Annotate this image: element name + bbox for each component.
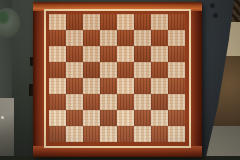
- square-b7: [66, 30, 83, 46]
- square-e5: [117, 62, 134, 78]
- square-h8: [168, 14, 185, 30]
- square-a3: [49, 94, 66, 110]
- square-h1: [168, 126, 185, 142]
- square-f6: [134, 46, 151, 62]
- square-h6: [168, 46, 185, 62]
- square-c4: [83, 78, 100, 94]
- square-e4: [117, 78, 134, 94]
- square-g4: [151, 78, 168, 94]
- square-d2: [100, 110, 117, 126]
- square-d4: [100, 78, 117, 94]
- dark-object-hole-icon: [213, 13, 218, 18]
- square-c1: [83, 126, 100, 142]
- square-f5: [134, 62, 151, 78]
- square-c7: [83, 30, 100, 46]
- square-g3: [151, 94, 168, 110]
- square-d3: [100, 94, 117, 110]
- square-e2: [117, 110, 134, 126]
- square-f8: [134, 14, 151, 30]
- square-g8: [151, 14, 168, 30]
- square-b2: [66, 110, 83, 126]
- square-e3: [117, 94, 134, 110]
- board-field-border: [46, 11, 189, 146]
- square-g6: [151, 46, 168, 62]
- square-a4: [49, 78, 66, 94]
- background-floor-bottom-left: [0, 98, 14, 160]
- square-g7: [151, 30, 168, 46]
- square-d6: [100, 46, 117, 62]
- square-a7: [49, 30, 66, 46]
- square-c8: [83, 14, 100, 30]
- chess-board: [33, 2, 202, 157]
- square-a1: [49, 126, 66, 142]
- square-f3: [134, 94, 151, 110]
- square-a8: [49, 14, 66, 30]
- square-h4: [168, 78, 185, 94]
- square-a5: [49, 62, 66, 78]
- square-d8: [100, 14, 117, 30]
- square-h7: [168, 30, 185, 46]
- square-c2: [83, 110, 100, 126]
- square-f7: [134, 30, 151, 46]
- dark-object-hole-icon: [210, 3, 215, 8]
- square-g5: [151, 62, 168, 78]
- square-f4: [134, 78, 151, 94]
- square-e6: [117, 46, 134, 62]
- square-a2: [49, 110, 66, 126]
- square-c5: [83, 62, 100, 78]
- background-white-speck: [1, 116, 4, 119]
- square-c6: [83, 46, 100, 62]
- square-h5: [168, 62, 185, 78]
- board-grid: [49, 14, 185, 142]
- square-b4: [66, 78, 83, 94]
- board-inlay-line: [44, 9, 191, 148]
- square-b5: [66, 62, 83, 78]
- square-h3: [168, 94, 185, 110]
- square-g1: [151, 126, 168, 142]
- square-h2: [168, 110, 185, 126]
- square-e8: [117, 14, 134, 30]
- square-e7: [117, 30, 134, 46]
- square-a6: [49, 46, 66, 62]
- square-f1: [134, 126, 151, 142]
- square-b8: [66, 14, 83, 30]
- square-d7: [100, 30, 117, 46]
- square-b6: [66, 46, 83, 62]
- square-d1: [100, 126, 117, 142]
- square-b3: [66, 94, 83, 110]
- photo-scene: [0, 0, 240, 160]
- square-g2: [151, 110, 168, 126]
- square-d5: [100, 62, 117, 78]
- square-f2: [134, 110, 151, 126]
- square-b1: [66, 126, 83, 142]
- square-e1: [117, 126, 134, 142]
- square-c3: [83, 94, 100, 110]
